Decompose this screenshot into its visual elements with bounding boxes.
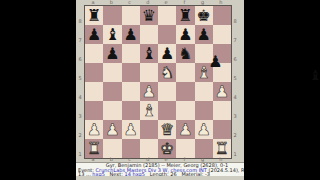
square-b5[interactable] [103,63,121,82]
square-a7[interactable]: ♟ [85,25,103,44]
square-g3[interactable] [195,101,213,120]
square-b2[interactable]: ♟ [103,120,121,139]
square-a4[interactable] [85,82,103,101]
square-d6[interactable]: ♝ [140,44,158,63]
square-g4[interactable] [195,82,213,101]
square-d7[interactable] [140,25,158,44]
square-f7[interactable]: ♟ [176,25,194,44]
square-h8[interactable] [213,6,231,25]
game-caption: Gyr, Benjamin (2185) -- Meier, Georg (26… [76,162,244,177]
piece-black-B-d6[interactable]: ♝ [142,44,156,63]
square-f6[interactable]: ♞ [176,44,194,63]
square-d5[interactable] [140,63,158,82]
square-e7[interactable] [158,25,176,44]
rank-label-left-5: 5 [77,69,83,88]
letterbox-left [0,0,76,180]
square-c3[interactable] [122,101,140,120]
piece-white-B-d3[interactable]: ♝ [142,101,156,120]
square-a5[interactable] [85,63,103,82]
rank-label-right-5: 5 [232,69,238,88]
piece-white-Q-e2[interactable]: ♛ [160,120,174,139]
square-a8[interactable]: ♜ [85,6,103,25]
square-e3[interactable] [158,101,176,120]
piece-white-N-e5[interactable]: ♞ [160,63,174,82]
square-g7[interactable]: ♟ [195,25,213,44]
file-label-top-a: a [84,0,102,5]
square-c2[interactable]: ♟ [122,120,140,139]
piece-black-P-e6[interactable]: ♟ [160,44,174,63]
square-f2[interactable]: ♟ [176,120,194,139]
square-f5[interactable] [176,63,194,82]
square-a2[interactable]: ♟ [85,120,103,139]
piece-white-P-g2[interactable]: ♟ [196,120,210,139]
square-f4[interactable] [176,82,194,101]
square-c5[interactable] [122,63,140,82]
chess-panel: ♜♛♜♚♟♝♟♟♟♟♝♟♞♟♞♝♟♟♝♟♟♟♛♟♟♜♚♜ ♝ abcdefgha… [76,0,244,180]
piece-black-K-g8[interactable]: ♚ [196,6,210,25]
square-c8[interactable] [122,6,140,25]
file-label-top-d: d [139,0,157,5]
square-f8[interactable]: ♜ [176,6,194,25]
square-h3[interactable] [213,101,231,120]
rank-label-right-4: 4 [232,88,238,107]
square-b7[interactable]: ♝ [103,25,121,44]
piece-white-P-a2[interactable]: ♟ [87,120,101,139]
square-d4[interactable]: ♟ [140,82,158,101]
rank-label-right-7: 7 [232,31,238,50]
square-c6[interactable] [122,44,140,63]
rank-label-left-3: 3 [77,107,83,126]
square-a6[interactable] [85,44,103,63]
piece-black-B-b7[interactable]: ♝ [105,25,119,44]
square-e2[interactable]: ♛ [158,120,176,139]
rank-label-right-2: 2 [232,126,238,145]
piece-white-P-b2[interactable]: ♟ [105,120,119,139]
square-h7[interactable] [213,25,231,44]
square-g2[interactable]: ♟ [195,120,213,139]
rank-label-left-7: 7 [77,31,83,50]
square-b6[interactable]: ♟ [103,44,121,63]
square-e6[interactable]: ♟ [158,44,176,63]
square-d2[interactable] [140,120,158,139]
square-e8[interactable] [158,6,176,25]
square-c7[interactable]: ♟ [122,25,140,44]
piece-black-R-f8[interactable]: ♜ [178,6,192,25]
piece-black-P-g7[interactable]: ♟ [196,25,210,44]
rank-label-left-2: 2 [77,126,83,145]
chess-board: ♜♛♜♚♟♝♟♟♟♟♝♟♞♟♞♝♟♟♝♟♟♟♛♟♟♜♚♜ [84,5,232,159]
rank-label-right-6: 6 [232,50,238,69]
piece-black-P-b6[interactable]: ♟ [105,44,119,63]
file-label-top-b: b [102,0,120,5]
event-tail: (2024.5.14), Round 1.1, 0-1 [207,167,244,173]
square-d8[interactable]: ♛ [140,6,158,25]
square-b4[interactable] [103,82,121,101]
file-label-top-e: e [157,0,175,5]
square-b8[interactable] [103,6,121,25]
square-e5[interactable]: ♞ [158,63,176,82]
square-f3[interactable] [176,101,194,120]
rank-label-left-4: 4 [77,88,83,107]
file-label-top-g: g [194,0,212,5]
footer-strip [76,176,244,180]
material-tray-black-bishop-icon: ♝ [309,68,320,82]
piece-black-Q-d8[interactable]: ♛ [142,6,156,25]
square-b3[interactable] [103,101,121,120]
piece-black-P-h6[interactable]: ♟ [208,52,222,71]
square-e4[interactable] [158,82,176,101]
rank-label-left-6: 6 [77,50,83,69]
square-h4[interactable]: ♟ [213,82,231,101]
rank-label-right-8: 8 [232,12,238,31]
piece-white-P-f2[interactable]: ♟ [178,120,192,139]
square-g8[interactable]: ♚ [195,6,213,25]
file-label-top-c: c [121,0,139,5]
piece-white-P-h4[interactable]: ♟ [215,82,229,101]
square-d3[interactable]: ♝ [140,101,158,120]
piece-black-R-a8[interactable]: ♜ [87,6,101,25]
file-label-top-h: h [212,0,230,5]
square-a3[interactable] [85,101,103,120]
rank-label-left-8: 8 [77,12,83,31]
rank-label-right-3: 3 [232,107,238,126]
piece-black-P-c7[interactable]: ♟ [123,25,137,44]
video-frame: ♜♛♜♚♟♝♟♟♟♟♝♟♞♟♞♝♟♟♝♟♟♟♛♟♟♜♚♜ ♝ abcdefgha… [0,0,320,180]
piece-black-P-a7[interactable]: ♟ [87,25,101,44]
piece-black-N-f6[interactable]: ♞ [178,44,192,63]
piece-white-P-d4[interactable]: ♟ [142,82,156,101]
piece-white-P-c2[interactable]: ♟ [123,120,137,139]
letterbox-right [244,0,320,180]
board-zone: ♜♛♜♚♟♝♟♟♟♟♝♟♞♟♞♝♟♟♝♟♟♟♛♟♟♜♚♜ ♝ abcdefgha… [76,0,244,162]
square-f1[interactable] [176,139,194,158]
square-c4[interactable] [122,82,140,101]
file-label-top-f: f [175,0,193,5]
square-h2[interactable] [213,120,231,139]
piece-black-P-f7[interactable]: ♟ [178,25,192,44]
square-h6[interactable]: ♟ [213,44,231,63]
